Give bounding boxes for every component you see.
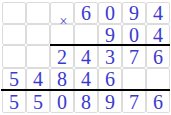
grid-cell-r1c5: 0 (98, 2, 122, 24)
grid-cell-r1c4: 6 (74, 2, 98, 24)
grid-cell-r1c7: 4 (146, 2, 170, 24)
grid-cell-r1c1 (2, 2, 26, 24)
grid-cell-r1c6: 9 (122, 2, 146, 24)
grid-cell-r3c2 (26, 45, 50, 68)
grid-cell-r5c5: 9 (98, 90, 122, 113)
grid-cell-r4c7 (146, 68, 170, 90)
partial-product-rule-line (50, 44, 170, 46)
grid-cell-r1c2 (26, 2, 50, 24)
grid-cell-r5c6: 7 (122, 90, 146, 113)
grid-cell-r2c4 (74, 24, 98, 45)
grid-cell-r4c4: 4 (74, 68, 98, 90)
grid-cell-r4c1: 5 (2, 68, 26, 90)
grid-cell-r2c7: 4 (146, 24, 170, 45)
multiplication-grid: 609490424376548465508976 (2, 2, 170, 113)
grid-cell-r3c1 (2, 45, 26, 68)
grid-cell-r2c5: 9 (98, 24, 122, 45)
grid-cell-r3c3: 2 (50, 45, 74, 68)
grid-cell-r3c4: 4 (74, 45, 98, 68)
grid-cell-r4c3: 8 (50, 68, 74, 90)
grid-cell-r5c1: 5 (2, 90, 26, 113)
grid-cell-r3c7: 6 (146, 45, 170, 68)
grid-cell-r3c6: 7 (122, 45, 146, 68)
grid-cell-r5c4: 8 (74, 90, 98, 113)
grid-cell-r2c6: 0 (122, 24, 146, 45)
multiply-sign: × (55, 14, 72, 30)
grid-cell-r2c2 (26, 24, 50, 45)
grid-cell-r5c3: 0 (50, 90, 74, 113)
grid-cell-r5c7: 6 (146, 90, 170, 113)
grid-cell-r4c6 (122, 68, 146, 90)
grid-cell-r3c5: 3 (98, 45, 122, 68)
grid-cell-r4c2: 4 (26, 68, 50, 90)
grid-cell-r2c1 (2, 24, 26, 45)
grid-cell-r4c5: 6 (98, 68, 122, 90)
multiplication-worksheet: 609490424376548465508976 × (0, 0, 171, 115)
grid-cell-r5c2: 5 (26, 90, 50, 113)
product-rule-line (1, 89, 170, 91)
